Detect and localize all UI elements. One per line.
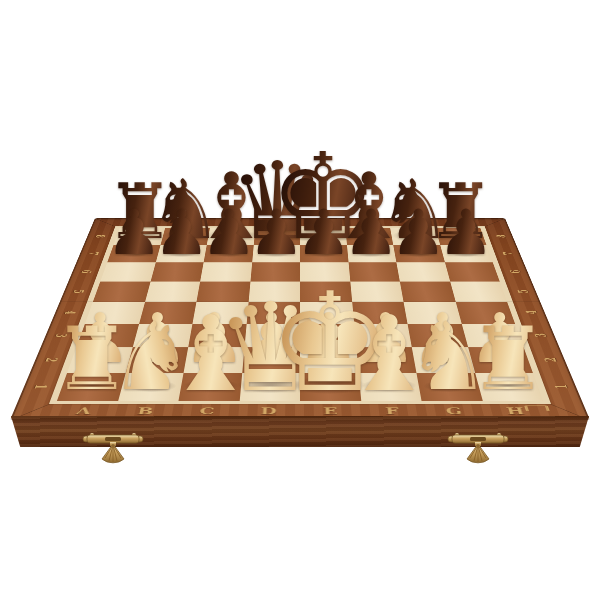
chess-set-photo: ABCDEFGH8877665544332211 [0,0,600,600]
brass-clasp-left [81,429,145,471]
pieces-layer: ♜♞♝♛♚♝♞♜♟♟♟♟♟♟♟♟♟♟♟♟♟♟♟♟♜♞♝♛♚♝♞♜ [0,0,600,600]
piece-wr-h1: ♜ [469,315,547,402]
piece-bp-h7: ♟ [438,202,494,264]
brass-clasp-right [446,429,510,471]
